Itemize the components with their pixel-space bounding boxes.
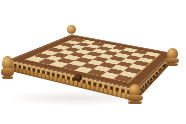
- square-f2[interactable]: [92, 65, 110, 71]
- square-f1[interactable]: [86, 69, 105, 76]
- square-e2[interactable]: [80, 62, 98, 68]
- brass-foot-pad: [167, 63, 178, 66]
- square-d2[interactable]: [68, 60, 86, 66]
- square-d1[interactable]: [61, 63, 80, 69]
- square-h4[interactable]: [128, 63, 145, 69]
- square-d3[interactable]: [74, 57, 92, 63]
- square-c1[interactable]: [49, 61, 68, 67]
- back-corner-finial: [67, 25, 76, 34]
- chessboard-scene: [0, 0, 186, 124]
- square-a1[interactable]: [26, 56, 45, 62]
- brass-foot-right: [166, 48, 179, 66]
- square-g4[interactable]: [116, 61, 133, 67]
- square-h1[interactable]: [113, 74, 132, 81]
- square-f3[interactable]: [98, 62, 116, 68]
- square-f4[interactable]: [104, 58, 121, 64]
- square-a2[interactable]: [33, 53, 51, 58]
- square-h3[interactable]: [124, 67, 142, 73]
- square-b2[interactable]: [44, 55, 62, 61]
- brass-foot-left: [1, 56, 14, 79]
- square-h5[interactable]: [133, 60, 149, 66]
- square-b1[interactable]: [37, 58, 56, 64]
- brass-foot-pad: [2, 76, 13, 79]
- square-g1[interactable]: [100, 71, 119, 78]
- front-knob: [74, 74, 82, 81]
- square-h2[interactable]: [119, 70, 137, 77]
- square-g2[interactable]: [105, 68, 123, 75]
- square-g3[interactable]: [111, 64, 129, 70]
- photo-background: [0, 0, 186, 124]
- square-c2[interactable]: [56, 57, 74, 63]
- square-e1[interactable]: [74, 66, 93, 73]
- brass-foot-pad: [128, 101, 141, 104]
- brass-foot-front: [127, 84, 143, 104]
- chess-board: [7, 34, 173, 89]
- square-e3[interactable]: [86, 59, 104, 65]
- brass-foot-collar: [1, 68, 14, 75]
- square-c3[interactable]: [63, 54, 81, 60]
